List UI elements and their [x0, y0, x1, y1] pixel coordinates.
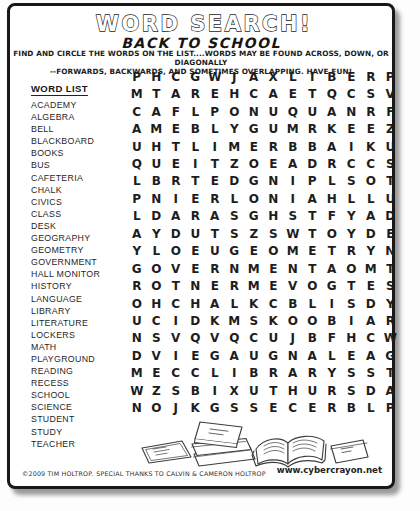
- grid-cell-r19c10: U: [303, 382, 323, 399]
- grid-cell-r2c5: E: [205, 85, 225, 102]
- grid-cell-r20c8: E: [264, 400, 284, 417]
- grid-cell-r16c5: V: [205, 330, 225, 347]
- grid-cell-r8c1: P: [127, 190, 147, 207]
- grid-cell-r1c8: X: [264, 68, 284, 85]
- grid-cell-r15c13: A: [361, 312, 381, 329]
- grid-cell-r6c5: T: [205, 155, 225, 172]
- grid-cell-r5c10: B: [303, 138, 323, 155]
- grid-cell-r8c11: H: [322, 190, 342, 207]
- grid-cell-r16c7: C: [244, 330, 264, 347]
- grid-cell-r3c8: U: [264, 103, 284, 120]
- grid-cell-r19c11: R: [322, 382, 342, 399]
- grid-cell-r5c13: K: [361, 138, 381, 155]
- grid-cell-r14c10: L: [303, 295, 323, 312]
- word-list-item: RECESS: [31, 377, 131, 389]
- grid-cell-r18c3: C: [166, 365, 186, 382]
- grid-cell-r9c4: R: [186, 208, 206, 225]
- grid-cell-r13c3: T: [166, 277, 186, 294]
- grid-cell-r14c9: B: [283, 295, 303, 312]
- grid-cell-r14c3: C: [166, 295, 186, 312]
- word-list-items: ACADEMYALGEBRABELLBLACKBOARDBOOKSBUSCAFE…: [31, 99, 131, 450]
- grid-cell-r7c12: S: [342, 173, 362, 190]
- grid-cell-r14c11: I: [322, 295, 342, 312]
- grid-cell-r7c4: T: [186, 173, 206, 190]
- word-list-item: HISTORY: [31, 280, 131, 292]
- grid-cell-r10c8: S: [264, 225, 284, 242]
- grid-cell-r9c8: H: [264, 208, 284, 225]
- grid-cell-r8c7: O: [244, 190, 264, 207]
- grid-cell-r18c7: B: [244, 365, 264, 382]
- grid-cell-r20c13: L: [361, 400, 381, 417]
- grid-cell-r12c1: G: [127, 260, 147, 277]
- grid-cell-r19c12: S: [342, 382, 362, 399]
- grid-cell-r18c2: E: [147, 365, 167, 382]
- grid-cell-r8c12: L: [342, 190, 362, 207]
- word-list: WORD LIST ACADEMYALGEBRABELLBLACKBOARDBO…: [31, 77, 131, 450]
- grid-cell-r9c12: Y: [342, 208, 362, 225]
- grid-cell-r7c2: B: [147, 173, 167, 190]
- grid-cell-r16c8: U: [264, 330, 284, 347]
- grid-cell-r9c7: G: [244, 208, 264, 225]
- grid-cell-r5c12: I: [342, 138, 362, 155]
- grid-cell-r5c5: I: [205, 138, 225, 155]
- grid-cell-r6c9: A: [283, 155, 303, 172]
- grid-cell-r11c14: N: [381, 243, 401, 260]
- grid-cell-r4c5: L: [205, 120, 225, 137]
- grid-cell-r5c14: U: [381, 138, 401, 155]
- grid-cell-r13c9: V: [283, 277, 303, 294]
- grid-cell-r2c12: C: [342, 85, 362, 102]
- grid-cell-r3c10: U: [303, 103, 323, 120]
- grid-cell-r17c6: A: [225, 347, 245, 364]
- grid-cell-r11c8: O: [264, 243, 284, 260]
- grid-cell-r4c9: M: [283, 120, 303, 137]
- grid-cell-r11c9: M: [283, 243, 303, 260]
- grid-cell-r8c10: A: [303, 190, 323, 207]
- grid-cell-r8c4: E: [186, 190, 206, 207]
- grid-cell-r7c3: R: [166, 173, 186, 190]
- word-list-item: SCHOOL: [31, 389, 131, 401]
- grid-cell-r13c11: G: [322, 277, 342, 294]
- grid-cell-r2c3: A: [166, 85, 186, 102]
- grid-cell-r9c9: S: [283, 208, 303, 225]
- grid-cell-r12c5: R: [205, 260, 225, 277]
- grid-cell-r5c3: T: [166, 138, 186, 155]
- grid-cell-r18c14: T: [381, 365, 401, 382]
- books-illustration: [138, 416, 370, 472]
- grid-cell-r8c13: L: [361, 190, 381, 207]
- grid-cell-r18c6: I: [225, 365, 245, 382]
- grid-cell-r5c2: H: [147, 138, 167, 155]
- grid-cell-r4c13: E: [361, 120, 381, 137]
- grid-cell-r7c8: N: [264, 173, 284, 190]
- website-url: www.cybercrayon.net: [277, 465, 382, 475]
- grid-cell-r20c12: B: [342, 400, 362, 417]
- grid-cell-r15c4: D: [186, 312, 206, 329]
- grid-cell-r19c7: U: [244, 382, 264, 399]
- grid-cell-r11c12: R: [342, 243, 362, 260]
- word-list-item: GOVERNMENT: [31, 256, 131, 268]
- grid-cell-r4c11: K: [322, 120, 342, 137]
- grid-cell-r13c5: E: [205, 277, 225, 294]
- grid-cell-r10c5: T: [205, 225, 225, 242]
- grid-cell-r11c7: E: [244, 243, 264, 260]
- grid-cell-r3c6: O: [225, 103, 245, 120]
- grid-cell-r8c14: U: [381, 190, 401, 207]
- grid-cell-r2c2: T: [147, 85, 167, 102]
- grid-cell-r16c12: H: [342, 330, 362, 347]
- grid-cell-r16c1: N: [127, 330, 147, 347]
- grid-cell-r6c1: Q: [127, 155, 147, 172]
- puzzle-page: WORD SEARCH! BACK TO SCHOOL FIND AND CIR…: [7, 3, 395, 489]
- grid-cell-r7c13: O: [361, 173, 381, 190]
- grid-cell-r20c6: S: [225, 400, 245, 417]
- grid-cell-r16c9: J: [283, 330, 303, 347]
- grid-cell-r10c14: E: [381, 225, 401, 242]
- grid-cell-r12c13: M: [361, 260, 381, 277]
- page-title-wrap: WORD SEARCH!: [10, 10, 392, 38]
- grid-cell-r9c6: S: [225, 208, 245, 225]
- grid-cell-r17c12: E: [342, 347, 362, 364]
- grid-cell-r3c4: L: [186, 103, 206, 120]
- grid-cell-r20c5: G: [205, 400, 225, 417]
- grid-cell-r7c5: E: [205, 173, 225, 190]
- grid-cell-r4c8: U: [264, 120, 284, 137]
- word-list-item: ALGEBRA: [31, 111, 131, 123]
- grid-cell-r17c2: V: [147, 347, 167, 364]
- word-list-item: HALL MONITOR: [31, 268, 131, 280]
- grid-cell-r1c5: W: [205, 68, 225, 85]
- grid-cell-r1c3: C: [166, 68, 186, 85]
- grid-cell-r12c9: N: [283, 260, 303, 277]
- grid-cell-r19c2: Z: [147, 382, 167, 399]
- instructions-line-1: FIND AND CIRCLE THE WORDS ON THE LIST...…: [10, 50, 392, 68]
- word-list-item: STUDENT: [31, 413, 131, 425]
- grid-cell-r12c6: N: [225, 260, 245, 277]
- grid-cell-r14c7: K: [244, 295, 264, 312]
- grid-cell-r14c8: C: [264, 295, 284, 312]
- grid-cell-r1c11: B: [322, 68, 342, 85]
- grid-cell-r7c6: D: [225, 173, 245, 190]
- grid-cell-r3c7: N: [244, 103, 264, 120]
- grid-cell-r17c4: E: [186, 347, 206, 364]
- grid-cell-r1c12: E: [342, 68, 362, 85]
- grid-cell-r11c10: E: [303, 243, 323, 260]
- grid-cell-r18c10: R: [303, 365, 323, 382]
- letter-grid: PHCGWJAXLIBERPMTAREHCAETQCSVCAFLPONUQUAN…: [127, 68, 400, 417]
- grid-cell-r19c1: W: [127, 382, 147, 399]
- grid-cell-r9c14: D: [381, 208, 401, 225]
- grid-cell-r10c4: U: [186, 225, 206, 242]
- word-list-header: WORD LIST: [31, 83, 88, 96]
- grid-cell-r15c9: O: [283, 312, 303, 329]
- grid-cell-r7c10: P: [303, 173, 323, 190]
- grid-cell-r20c1: N: [127, 400, 147, 417]
- grid-cell-r13c6: R: [225, 277, 245, 294]
- grid-cell-r1c14: P: [381, 68, 401, 85]
- grid-cell-r4c1: A: [127, 120, 147, 137]
- grid-cell-r6c8: E: [264, 155, 284, 172]
- grid-cell-r16c3: V: [166, 330, 186, 347]
- grid-cell-r1c7: A: [244, 68, 264, 85]
- grid-cell-r5c1: U: [127, 138, 147, 155]
- grid-cell-r8c8: N: [264, 190, 284, 207]
- grid-cell-r5c8: R: [264, 138, 284, 155]
- grid-cell-r5c6: M: [225, 138, 245, 155]
- grid-cell-r15c1: U: [127, 312, 147, 329]
- grid-cell-r7c11: L: [322, 173, 342, 190]
- grid-cell-r13c13: E: [361, 277, 381, 294]
- grid-cell-r14c14: Y: [381, 295, 401, 312]
- grid-cell-r16c14: W: [381, 330, 401, 347]
- grid-cell-r2c1: M: [127, 85, 147, 102]
- word-list-item: CIVICS: [31, 196, 131, 208]
- grid-cell-r19c6: X: [225, 382, 245, 399]
- grid-cell-r14c5: A: [205, 295, 225, 312]
- word-list-item: CLASS: [31, 208, 131, 220]
- grid-cell-r13c1: R: [127, 277, 147, 294]
- grid-cell-r2c7: C: [244, 85, 264, 102]
- grid-cell-r6c4: I: [186, 155, 206, 172]
- grid-cell-r9c1: L: [127, 208, 147, 225]
- word-list-item: STUDY: [31, 426, 131, 438]
- grid-cell-r8c2: N: [147, 190, 167, 207]
- grid-cell-r19c3: S: [166, 382, 186, 399]
- grid-cell-r4c10: R: [303, 120, 323, 137]
- grid-cell-r16c13: C: [361, 330, 381, 347]
- grid-cell-r12c3: V: [166, 260, 186, 277]
- grid-cell-r7c9: I: [283, 173, 303, 190]
- grid-cell-r2c8: A: [264, 85, 284, 102]
- word-list-item: GEOMETRY: [31, 244, 131, 256]
- grid-cell-r16c4: Q: [186, 330, 206, 347]
- grid-cell-r17c9: N: [283, 347, 303, 364]
- grid-cell-r10c12: Y: [342, 225, 362, 242]
- grid-cell-r16c6: Q: [225, 330, 245, 347]
- grid-cell-r11c1: Y: [127, 243, 147, 260]
- grid-cell-r12c7: M: [244, 260, 264, 277]
- grid-cell-r2c14: V: [381, 85, 401, 102]
- grid-cell-r13c7: M: [244, 277, 264, 294]
- grid-cell-r12c12: O: [342, 260, 362, 277]
- grid-cell-r19c4: B: [186, 382, 206, 399]
- grid-cell-r1c4: G: [186, 68, 206, 85]
- grid-cell-r1c13: R: [361, 68, 381, 85]
- grid-cell-r19c9: H: [283, 382, 303, 399]
- word-list-item: SCIENCE: [31, 401, 131, 413]
- grid-cell-r5c4: L: [186, 138, 206, 155]
- grid-cell-r14c4: H: [186, 295, 206, 312]
- grid-cell-r16c2: S: [147, 330, 167, 347]
- grid-cell-r1c10: I: [303, 68, 323, 85]
- word-list-item: BLACKBOARD: [31, 135, 131, 147]
- word-list-item: GEOGRAPHY: [31, 232, 131, 244]
- grid-cell-r9c2: D: [147, 208, 167, 225]
- grid-cell-r16c10: B: [303, 330, 323, 347]
- word-list-item: PLAYGROUND: [31, 353, 131, 365]
- grid-cell-r9c3: A: [166, 208, 186, 225]
- grid-cell-r2c6: H: [225, 85, 245, 102]
- grid-cell-r15c12: I: [342, 312, 362, 329]
- grid-cell-r11c13: Y: [361, 243, 381, 260]
- grid-cell-r17c5: G: [205, 347, 225, 364]
- grid-cell-r10c6: S: [225, 225, 245, 242]
- grid-cell-r17c3: I: [166, 347, 186, 364]
- grid-cell-r17c7: U: [244, 347, 264, 364]
- grid-cell-r12c8: E: [264, 260, 284, 277]
- grid-cell-r6c3: E: [166, 155, 186, 172]
- grid-cell-r20c4: K: [186, 400, 206, 417]
- grid-cell-r4c7: G: [244, 120, 264, 137]
- word-list-item: LITERATURE: [31, 317, 131, 329]
- grid-cell-r17c8: G: [264, 347, 284, 364]
- grid-cell-r12c11: A: [322, 260, 342, 277]
- grid-cell-r11c4: E: [186, 243, 206, 260]
- grid-cell-r2c9: E: [283, 85, 303, 102]
- grid-cell-r9c11: F: [322, 208, 342, 225]
- grid-cell-r6c10: D: [303, 155, 323, 172]
- word-list-item: DESK: [31, 220, 131, 232]
- grid-cell-r20c11: R: [322, 400, 342, 417]
- grid-cell-r2c4: R: [186, 85, 206, 102]
- grid-cell-r15c2: C: [147, 312, 167, 329]
- grid-cell-r10c2: Y: [147, 225, 167, 242]
- grid-cell-r12c4: E: [186, 260, 206, 277]
- grid-cell-r3c9: Q: [283, 103, 303, 120]
- grid-cell-r2c10: T: [303, 85, 323, 102]
- grid-cell-r3c14: F: [381, 103, 401, 120]
- grid-cell-r3c1: C: [127, 103, 147, 120]
- grid-cell-r4c12: E: [342, 120, 362, 137]
- word-list-item: READING: [31, 365, 131, 377]
- grid-cell-r14c12: S: [342, 295, 362, 312]
- grid-cell-r13c2: O: [147, 277, 167, 294]
- grid-cell-r15c6: M: [225, 312, 245, 329]
- grid-cell-r6c6: Z: [225, 155, 245, 172]
- grid-cell-r15c10: O: [303, 312, 323, 329]
- grid-cell-r14c13: D: [361, 295, 381, 312]
- grid-cell-r3c12: N: [342, 103, 362, 120]
- word-list-item: LANGUAGE: [31, 293, 131, 305]
- grid-cell-r18c13: S: [361, 365, 381, 382]
- grid-cell-r19c8: T: [264, 382, 284, 399]
- grid-cell-r1c2: H: [147, 68, 167, 85]
- grid-cell-r20c2: O: [147, 400, 167, 417]
- grid-cell-r13c4: N: [186, 277, 206, 294]
- grid-cell-r13c10: O: [303, 277, 323, 294]
- grid-cell-r3c11: A: [322, 103, 342, 120]
- grid-cell-r8c3: I: [166, 190, 186, 207]
- grid-cell-r10c9: W: [283, 225, 303, 242]
- grid-cell-r14c2: H: [147, 295, 167, 312]
- grid-cell-r5c11: A: [322, 138, 342, 155]
- grid-cell-r6c11: R: [322, 155, 342, 172]
- grid-cell-r15c11: B: [322, 312, 342, 329]
- grid-cell-r11c6: G: [225, 243, 245, 260]
- word-list-item: CAFETERIA: [31, 172, 131, 184]
- grid-cell-r8c9: I: [283, 190, 303, 207]
- grid-cell-r12c10: T: [303, 260, 323, 277]
- grid-cell-r20c3: J: [166, 400, 186, 417]
- grid-cell-r17c11: L: [322, 347, 342, 364]
- grid-cell-r17c1: D: [127, 347, 147, 364]
- grid-cell-r15c3: I: [166, 312, 186, 329]
- grid-cell-r15c14: R: [381, 312, 401, 329]
- grid-cell-r19c5: I: [205, 382, 225, 399]
- grid-cell-r4c14: Z: [381, 120, 401, 137]
- grid-cell-r9c10: T: [303, 208, 323, 225]
- word-list-item: BELL: [31, 123, 131, 135]
- grid-cell-r5c9: B: [283, 138, 303, 155]
- grid-cell-r18c12: S: [342, 365, 362, 382]
- word-list-item: LIBRARY: [31, 305, 131, 317]
- grid-cell-r11c3: O: [166, 243, 186, 260]
- grid-cell-r2c11: Q: [322, 85, 342, 102]
- grid-cell-r16c11: F: [322, 330, 342, 347]
- grid-cell-r18c4: C: [186, 365, 206, 382]
- grid-cell-r10c10: T: [303, 225, 323, 242]
- grid-cell-r14c1: O: [127, 295, 147, 312]
- grid-cell-r18c5: L: [205, 365, 225, 382]
- grid-cell-r18c1: M: [127, 365, 147, 382]
- grid-cell-r7c7: G: [244, 173, 264, 190]
- grid-cell-r3c2: A: [147, 103, 167, 120]
- grid-cell-r4c3: E: [166, 120, 186, 137]
- grid-cell-r6c7: O: [244, 155, 264, 172]
- word-list-item: CHALK: [31, 184, 131, 196]
- grid-cell-r19c13: D: [361, 382, 381, 399]
- word-list-item: BOOKS: [31, 147, 131, 159]
- grid-cell-r8c5: R: [205, 190, 225, 207]
- grid-cell-r6c14: S: [381, 155, 401, 172]
- grid-cell-r3c5: P: [205, 103, 225, 120]
- grid-cell-r4c6: Y: [225, 120, 245, 137]
- grid-cell-r10c3: D: [166, 225, 186, 242]
- grid-cell-r10c11: O: [322, 225, 342, 242]
- grid-cell-r12c2: O: [147, 260, 167, 277]
- grid-cell-r8c6: L: [225, 190, 245, 207]
- grid-cell-r6c12: C: [342, 155, 362, 172]
- grid-cell-r3c13: R: [361, 103, 381, 120]
- grid-cell-r20c9: C: [283, 400, 303, 417]
- grid-cell-r11c2: L: [147, 243, 167, 260]
- grid-cell-r20c14: P: [381, 400, 401, 417]
- word-list-item: BUS: [31, 159, 131, 171]
- word-list-item: MATH: [31, 341, 131, 353]
- word-list-item: ACADEMY: [31, 99, 131, 111]
- grid-cell-r1c1: P: [127, 68, 147, 85]
- grid-cell-r14c6: L: [225, 295, 245, 312]
- grid-cell-r2c13: S: [361, 85, 381, 102]
- grid-cell-r20c10: E: [303, 400, 323, 417]
- grid-cell-r6c13: C: [361, 155, 381, 172]
- grid-cell-r11c11: T: [322, 243, 342, 260]
- grid-cell-r9c13: A: [361, 208, 381, 225]
- grid-cell-r13c8: E: [264, 277, 284, 294]
- word-list-item: TEACHER: [31, 438, 131, 450]
- grid-cell-r3c3: F: [166, 103, 186, 120]
- page-title: WORD SEARCH!: [96, 12, 312, 36]
- grid-cell-r6c2: U: [147, 155, 167, 172]
- grid-cell-r18c8: R: [264, 365, 284, 382]
- grid-cell-r19c14: A: [381, 382, 401, 399]
- grid-cell-r17c10: A: [303, 347, 323, 364]
- grid-cell-r18c11: Y: [322, 365, 342, 382]
- grid-cell-r10c7: Z: [244, 225, 264, 242]
- grid-cell-r17c13: A: [361, 347, 381, 364]
- grid-cell-r7c14: T: [381, 173, 401, 190]
- grid-cell-r13c12: T: [342, 277, 362, 294]
